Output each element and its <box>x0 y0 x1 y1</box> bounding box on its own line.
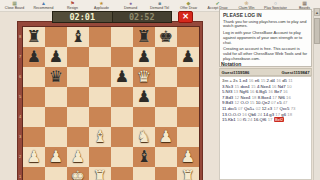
toolbar-item-applaude[interactable]: ★Applaude <box>87 0 116 11</box>
square-e4[interactable] <box>111 107 133 127</box>
square-g1[interactable] <box>155 167 177 180</box>
square-a5[interactable] <box>23 87 45 107</box>
square-b8[interactable] <box>45 27 67 47</box>
rank-label: 6 <box>18 67 22 87</box>
white-clock: 02:01 <box>53 12 112 22</box>
square-f8[interactable]: ♜ <box>133 27 155 47</box>
square-a2[interactable]: ♟ <box>23 147 45 167</box>
square-f2[interactable]: ♝ <box>133 147 155 167</box>
square-c1[interactable]: ♚ <box>67 167 89 180</box>
piece-white-pawn[interactable]: ♟ <box>45 147 67 167</box>
piece-black-pawn[interactable]: ♟ <box>111 67 133 87</box>
piece-white-rook[interactable]: ♜ <box>89 167 111 180</box>
toolbar-item-label: Close Board <box>5 6 24 10</box>
piece-white-knight[interactable]: ♞ <box>133 127 155 147</box>
square-a1[interactable] <box>23 167 45 180</box>
piece-white-king[interactable]: ♚ <box>67 167 89 180</box>
square-c8[interactable]: ♝ <box>67 27 89 47</box>
move-list[interactable]: 3m + 2s 1.e4 16 e6 15 2.d4 16 d5 11 3.Nc… <box>219 76 312 180</box>
login-text: Thank you for using playchess.com to pla… <box>223 20 308 62</box>
toolbar-item-label: Applaude <box>94 6 109 10</box>
square-b3[interactable] <box>45 127 67 147</box>
square-g2[interactable] <box>155 147 177 167</box>
square-f1[interactable] <box>133 167 155 180</box>
square-b1[interactable] <box>45 167 67 180</box>
square-h4[interactable] <box>177 107 199 127</box>
square-c3[interactable] <box>67 127 89 147</box>
rank-label: 7 <box>18 47 22 67</box>
piece-white-pawn[interactable]: ♟ <box>67 147 89 167</box>
square-h1[interactable]: ♜ <box>177 167 199 180</box>
piece-black-pawn[interactable]: ♟ <box>133 47 155 67</box>
square-h6[interactable] <box>177 67 199 87</box>
square-g6[interactable] <box>155 67 177 87</box>
square-c4[interactable] <box>67 107 89 127</box>
piece-black-pawn[interactable]: ♟ <box>23 47 45 67</box>
notation-header: Notation <box>221 61 241 67</box>
login-paragraph: Creating an account is free. This accoun… <box>223 47 308 61</box>
square-d7[interactable] <box>89 47 111 67</box>
toolbar-item-recommend[interactable]: ▲Recommend <box>29 0 58 11</box>
square-f7[interactable]: ♟ <box>133 47 155 67</box>
square-e7[interactable] <box>111 47 133 67</box>
square-h3[interactable] <box>177 127 199 147</box>
toolbar-item-offer-draw[interactable]: ◆Offer Draw <box>174 0 203 11</box>
piece-black-pawn[interactable]: ♟ <box>133 87 155 107</box>
square-d1[interactable]: ♜ <box>89 167 111 180</box>
square-f3[interactable]: ♞ <box>133 127 155 147</box>
square-g4[interactable] <box>155 107 177 127</box>
square-a8[interactable]: ♜ <box>23 27 45 47</box>
rank-label: 3 <box>18 127 22 147</box>
square-a3[interactable] <box>23 127 45 147</box>
rank-label: 8 <box>18 27 22 47</box>
square-d2[interactable] <box>89 147 111 167</box>
square-e2[interactable] <box>111 147 133 167</box>
square-b4[interactable] <box>45 107 67 127</box>
square-a4[interactable] <box>23 107 45 127</box>
square-h8[interactable] <box>177 27 199 47</box>
square-c2[interactable]: ♟ <box>67 147 89 167</box>
square-a7[interactable]: ♟ <box>23 47 45 67</box>
piece-white-bishop[interactable]: ♝ <box>89 127 111 147</box>
piece-black-bishop[interactable]: ♝ <box>133 147 155 167</box>
toolbar-item-label: Offer Draw <box>180 6 197 10</box>
square-c6[interactable] <box>67 67 89 87</box>
login-paragraph: Log in with your ChessBase Account to pl… <box>223 31 308 45</box>
toolbar-item-label: Demand Tbl <box>150 6 169 10</box>
square-h5[interactable] <box>177 87 199 107</box>
login-paragraph: Thank you for using playchess.com to pla… <box>223 20 308 30</box>
close-game-button[interactable]: ✕ <box>178 11 193 23</box>
scrollbar-thumb[interactable] <box>314 18 320 44</box>
square-e5[interactable] <box>111 87 133 107</box>
piece-white-pawn[interactable]: ♟ <box>155 127 177 147</box>
toolbar-item-label: Recommend <box>34 6 54 10</box>
square-f6[interactable]: ♛ <box>133 67 155 87</box>
login-title: PLEASE LOG IN <box>223 12 308 18</box>
square-d6[interactable] <box>89 67 111 87</box>
rank-label: 1 <box>18 167 22 180</box>
rank-label: 5 <box>18 87 22 107</box>
time-control: 3m + 2s <box>222 78 239 83</box>
square-e8[interactable] <box>111 27 133 47</box>
square-g3[interactable]: ♟ <box>155 127 177 147</box>
piece-white-queen[interactable]: ♛ <box>133 67 155 87</box>
chess-board[interactable]: ♜♝♜♚♟♟♟♟♛♟♛♟♝♞♟♟♟♟♝♟♚♜♜ <box>22 26 200 180</box>
piece-white-pawn[interactable]: ♟ <box>23 147 45 167</box>
square-h2[interactable]: ♟ <box>177 147 199 167</box>
square-d3[interactable]: ♝ <box>89 127 111 147</box>
rank-label: 4 <box>18 107 22 127</box>
white-player-name: Guest1159586 <box>222 69 250 75</box>
square-e6[interactable]: ♟ <box>111 67 133 87</box>
square-b7[interactable]: ♟ <box>45 47 67 67</box>
toolbar-item-label: Resign <box>67 6 78 10</box>
piece-white-rook[interactable]: ♜ <box>177 167 199 180</box>
scroll-up-arrow-icon[interactable]: ▲ <box>314 8 320 16</box>
board-frame: 87654321 ♜♝♜♚♟♟♟♟♛♟♛♟♝♞♟♟♟♟♝♟♚♜♜ <box>17 21 203 180</box>
square-c7[interactable] <box>67 47 89 67</box>
login-panel: PLEASE LOG IN Thank you for using playch… <box>219 9 312 67</box>
square-b2[interactable]: ♟ <box>45 147 67 167</box>
piece-black-queen[interactable]: ♛ <box>45 67 67 87</box>
square-a6[interactable] <box>23 67 45 87</box>
piece-black-bishop[interactable]: ♝ <box>67 27 89 47</box>
square-g7[interactable] <box>155 47 177 67</box>
toolbar-item-demand-tbl[interactable]: ■Demand Tbl <box>145 0 174 11</box>
piece-black-rook[interactable]: ♜ <box>133 27 155 47</box>
panel-scrollbar[interactable]: ▲ <box>313 8 320 180</box>
clock-bar: 02:01 02:52 <box>52 11 172 23</box>
piece-black-king[interactable]: ♚ <box>155 27 177 47</box>
rank-label: 2 <box>18 147 22 167</box>
toolbar-item-close-board[interactable]: ▦Close Board <box>0 0 29 11</box>
square-g5[interactable] <box>155 87 177 107</box>
square-d5[interactable] <box>89 87 111 107</box>
square-c5[interactable] <box>67 87 89 107</box>
square-b6[interactable]: ♛ <box>45 67 67 87</box>
piece-white-pawn[interactable]: ♟ <box>177 147 199 167</box>
piece-black-pawn[interactable]: ♟ <box>45 47 67 67</box>
toolbar-item-demand[interactable]: ●Demand <box>116 0 145 11</box>
square-h7[interactable]: ♟ <box>177 47 199 67</box>
square-g8[interactable]: ♚ <box>155 27 177 47</box>
last-move-highlight[interactable]: Bxf2 <box>274 117 285 122</box>
square-f5[interactable]: ♟ <box>133 87 155 107</box>
square-d8[interactable] <box>89 27 111 47</box>
square-e3[interactable] <box>111 127 133 147</box>
black-clock: 02:52 <box>112 12 172 22</box>
notation-line: 15.Kb1 10 f5 24 16.Qf6 17 Bxf2 <box>222 117 309 123</box>
piece-black-pawn[interactable]: ♟ <box>177 47 199 67</box>
player-names-row: Guest1159586 Guest1159847 <box>219 68 312 76</box>
rank-coordinates: 87654321 <box>18 27 22 180</box>
toolbar-item-label: Demand <box>124 6 137 10</box>
square-e1[interactable] <box>111 167 133 180</box>
toolbar-item-resign[interactable]: ⚑Resign <box>58 0 87 11</box>
piece-black-rook[interactable]: ♜ <box>23 27 45 47</box>
square-d4[interactable] <box>89 107 111 127</box>
square-f4[interactable] <box>133 107 155 127</box>
black-player-name: Guest1159847 <box>282 69 310 75</box>
square-b5[interactable] <box>45 87 67 107</box>
